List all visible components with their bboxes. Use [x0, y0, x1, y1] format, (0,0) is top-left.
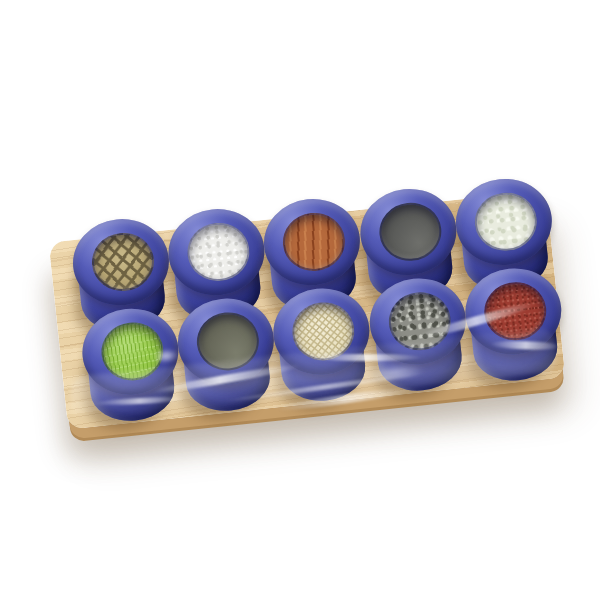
texture-disc-granite-grit	[386, 289, 454, 353]
texture-cylinder-green-fabric[interactable]	[78, 304, 185, 425]
texture-cylinder-granite-grit[interactable]	[366, 274, 473, 395]
texture-disc-red-sandpaper	[481, 279, 549, 343]
product-photo-scene	[0, 0, 600, 600]
texture-disc-cream-mesh	[289, 299, 357, 363]
texture-cylinder-red-sandpaper[interactable]	[461, 264, 568, 385]
texture-disc-burlap	[89, 230, 157, 294]
texture-cylinder-smooth-olive[interactable]	[174, 294, 281, 415]
texture-disc-smooth-slate	[377, 200, 445, 264]
texture-disc-green-fabric	[99, 319, 167, 383]
texture-cylinder-cream-mesh[interactable]	[269, 284, 376, 405]
texture-disc-white-crystals	[185, 220, 253, 284]
texture-disc-smooth-olive	[194, 309, 262, 373]
cylinder-grid	[49, 190, 566, 429]
texture-disc-wood-grain	[280, 210, 348, 274]
texture-disc-white-foam	[472, 190, 540, 254]
wooden-tray	[49, 190, 566, 429]
